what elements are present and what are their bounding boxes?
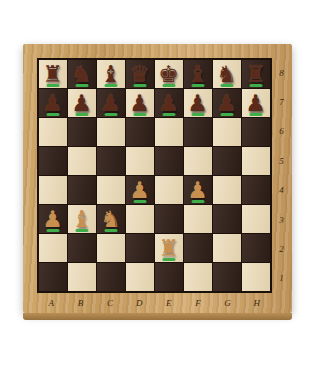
piece-black-pawn[interactable]: ♟ <box>42 92 63 115</box>
square-h2[interactable] <box>242 234 270 262</box>
square-b3[interactable]: ♝ <box>68 205 96 233</box>
square-b2[interactable] <box>68 234 96 262</box>
square-h4[interactable] <box>242 176 270 204</box>
file-label-a: A <box>37 293 66 313</box>
square-g6[interactable] <box>213 118 241 146</box>
file-label-f: F <box>183 293 212 313</box>
square-d6[interactable] <box>126 118 154 146</box>
square-h1[interactable] <box>242 263 270 291</box>
square-g1[interactable] <box>213 263 241 291</box>
square-b4[interactable] <box>68 176 96 204</box>
chess-board: ♜♞♝♛♚♝♞♜♟♟♟♟♟♟♟♟♟♟♟♝♞♜ <box>37 58 272 293</box>
square-f1[interactable] <box>184 263 212 291</box>
felt-base <box>220 113 233 116</box>
felt-base <box>46 229 59 232</box>
piece-white-knight[interactable]: ♞ <box>100 208 121 231</box>
square-g5[interactable] <box>213 147 241 175</box>
square-f6[interactable] <box>184 118 212 146</box>
square-f5[interactable] <box>184 147 212 175</box>
piece-black-pawn[interactable]: ♟ <box>245 92 266 115</box>
piece-white-bishop[interactable]: ♝ <box>71 208 92 231</box>
felt-base <box>249 84 262 87</box>
square-d2[interactable] <box>126 234 154 262</box>
file-label-h: H <box>242 293 271 313</box>
rank-label-3: 3 <box>272 205 292 234</box>
rank-label-7: 7 <box>272 87 292 116</box>
square-a3[interactable]: ♟ <box>39 205 67 233</box>
square-a1[interactable] <box>39 263 67 291</box>
square-c6[interactable] <box>97 118 125 146</box>
square-g7[interactable]: ♟ <box>213 89 241 117</box>
piece-black-pawn[interactable]: ♟ <box>100 92 121 115</box>
square-g4[interactable] <box>213 176 241 204</box>
square-c4[interactable] <box>97 176 125 204</box>
felt-base <box>46 84 59 87</box>
square-a7[interactable]: ♟ <box>39 89 67 117</box>
square-c5[interactable] <box>97 147 125 175</box>
piece-black-knight[interactable]: ♞ <box>71 63 92 86</box>
piece-black-pawn[interactable]: ♟ <box>71 92 92 115</box>
square-f2[interactable] <box>184 234 212 262</box>
felt-base <box>46 113 59 116</box>
square-e8[interactable]: ♚ <box>155 60 183 88</box>
square-g8[interactable]: ♞ <box>213 60 241 88</box>
square-a2[interactable] <box>39 234 67 262</box>
square-h7[interactable]: ♟ <box>242 89 270 117</box>
square-b5[interactable] <box>68 147 96 175</box>
square-a5[interactable] <box>39 147 67 175</box>
square-c7[interactable]: ♟ <box>97 89 125 117</box>
felt-base <box>191 113 204 116</box>
rank-label-4: 4 <box>272 176 292 205</box>
felt-base <box>75 229 88 232</box>
file-labels: ABCDEFGH <box>37 293 272 313</box>
square-e2[interactable]: ♜ <box>155 234 183 262</box>
square-d4[interactable]: ♟ <box>126 176 154 204</box>
piece-white-pawn[interactable]: ♟ <box>187 179 208 202</box>
piece-black-rook[interactable]: ♜ <box>42 63 63 86</box>
square-e6[interactable] <box>155 118 183 146</box>
square-e1[interactable] <box>155 263 183 291</box>
square-d7[interactable]: ♟ <box>126 89 154 117</box>
square-h8[interactable]: ♜ <box>242 60 270 88</box>
chess-board-assembly: ♜♞♝♛♚♝♞♜♟♟♟♟♟♟♟♟♟♟♟♝♞♜ ABCDEFGH 87654321 <box>23 44 292 320</box>
piece-white-pawn[interactable]: ♟ <box>129 179 150 202</box>
square-a8[interactable]: ♜ <box>39 60 67 88</box>
square-c3[interactable]: ♞ <box>97 205 125 233</box>
piece-black-queen[interactable]: ♛ <box>129 63 150 86</box>
felt-base <box>162 258 175 261</box>
square-d1[interactable] <box>126 263 154 291</box>
piece-black-bishop[interactable]: ♝ <box>100 63 121 86</box>
rank-label-1: 1 <box>272 264 292 293</box>
felt-base <box>191 200 204 203</box>
square-d3[interactable] <box>126 205 154 233</box>
felt-base <box>162 84 175 87</box>
rank-label-5: 5 <box>272 146 292 175</box>
piece-black-pawn[interactable]: ♟ <box>187 92 208 115</box>
rank-label-6: 6 <box>272 117 292 146</box>
felt-base <box>133 84 146 87</box>
square-h5[interactable] <box>242 147 270 175</box>
piece-white-pawn[interactable]: ♟ <box>42 208 63 231</box>
felt-base <box>249 113 262 116</box>
felt-base <box>133 113 146 116</box>
piece-black-pawn[interactable]: ♟ <box>129 92 150 115</box>
square-b1[interactable] <box>68 263 96 291</box>
felt-base <box>104 229 117 232</box>
rank-label-2: 2 <box>272 234 292 263</box>
felt-base <box>220 84 233 87</box>
square-f8[interactable]: ♝ <box>184 60 212 88</box>
felt-base <box>133 200 146 203</box>
piece-black-bishop[interactable]: ♝ <box>187 63 208 86</box>
square-e4[interactable] <box>155 176 183 204</box>
piece-black-pawn[interactable]: ♟ <box>216 92 237 115</box>
square-b6[interactable] <box>68 118 96 146</box>
square-d5[interactable] <box>126 147 154 175</box>
rank-labels: 87654321 <box>272 58 292 293</box>
file-label-c: C <box>95 293 124 313</box>
piece-black-knight[interactable]: ♞ <box>216 63 237 86</box>
square-g3[interactable] <box>213 205 241 233</box>
file-label-e: E <box>154 293 183 313</box>
square-f4[interactable]: ♟ <box>184 176 212 204</box>
piece-black-rook[interactable]: ♜ <box>245 63 266 86</box>
page-background: ♜♞♝♛♚♝♞♜♟♟♟♟♟♟♟♟♟♟♟♝♞♜ ABCDEFGH 87654321 <box>0 0 314 320</box>
square-h6[interactable] <box>242 118 270 146</box>
square-h3[interactable] <box>242 205 270 233</box>
square-g2[interactable] <box>213 234 241 262</box>
file-label-b: B <box>66 293 95 313</box>
felt-base <box>191 84 204 87</box>
felt-base <box>75 84 88 87</box>
felt-base <box>104 113 117 116</box>
piece-black-pawn[interactable]: ♟ <box>158 92 179 115</box>
felt-base <box>162 113 175 116</box>
square-a6[interactable] <box>39 118 67 146</box>
square-c8[interactable]: ♝ <box>97 60 125 88</box>
file-label-g: G <box>213 293 242 313</box>
file-label-d: D <box>125 293 154 313</box>
square-a4[interactable] <box>39 176 67 204</box>
square-f3[interactable] <box>184 205 212 233</box>
square-e3[interactable] <box>155 205 183 233</box>
piece-white-rook[interactable]: ♜ <box>158 237 179 260</box>
rank-label-8: 8 <box>272 58 292 87</box>
piece-black-king[interactable]: ♚ <box>158 63 179 86</box>
felt-base <box>75 113 88 116</box>
square-e5[interactable] <box>155 147 183 175</box>
square-d8[interactable]: ♛ <box>126 60 154 88</box>
square-e7[interactable]: ♟ <box>155 89 183 117</box>
square-b8[interactable]: ♞ <box>68 60 96 88</box>
square-c2[interactable] <box>97 234 125 262</box>
board-frame: ♜♞♝♛♚♝♞♜♟♟♟♟♟♟♟♟♟♟♟♝♞♜ ABCDEFGH 87654321 <box>23 44 292 313</box>
square-c1[interactable] <box>97 263 125 291</box>
board-edge <box>23 313 292 320</box>
square-b7[interactable]: ♟ <box>68 89 96 117</box>
felt-base <box>104 84 117 87</box>
square-f7[interactable]: ♟ <box>184 89 212 117</box>
